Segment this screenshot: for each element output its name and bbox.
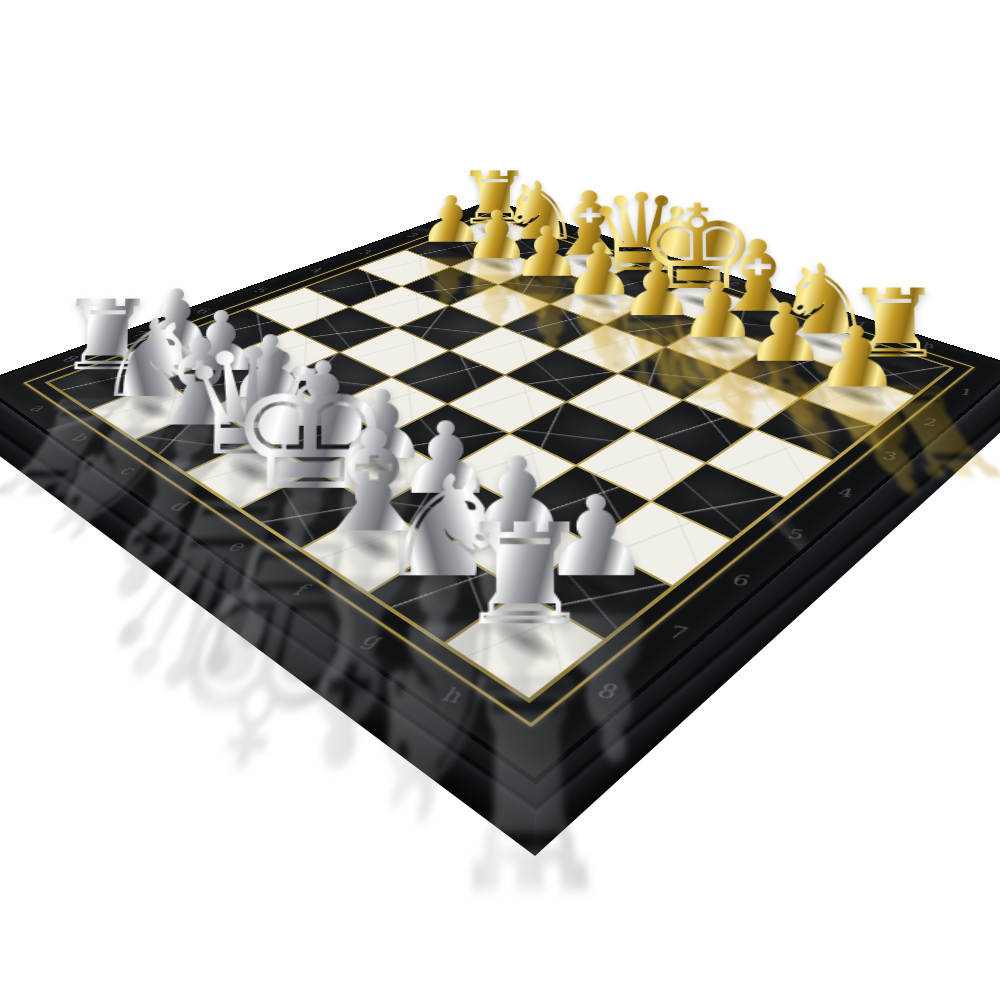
coordinate-label-f: f [790, 298, 796, 306]
coordinate-label-d: d [672, 262, 683, 270]
gold-pawn-h2: ♟ [812, 315, 902, 399]
coordinate-label-e: e [728, 279, 738, 287]
chess-board: aa11bb22cc33dd44ee55ff66gg77hh88 ♜♜♞♞♝♝♛… [0, 201, 1000, 778]
silver-rook-h8: ♜ [453, 507, 598, 647]
coordinate-label-h: h [921, 340, 935, 350]
silver-rook-icon: ♜ [453, 507, 598, 647]
gold-pawn-icon: ♟ [812, 315, 902, 399]
product-photo-scene: aa11bb22cc33dd44ee55ff66gg77hh88 ♜♜♞♞♝♝♛… [0, 0, 1000, 1000]
